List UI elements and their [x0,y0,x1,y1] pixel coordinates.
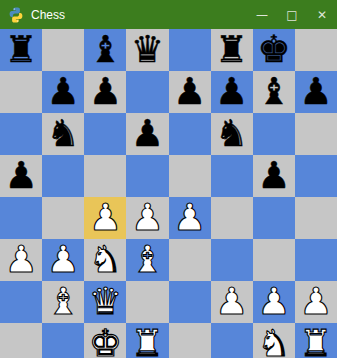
square-h3[interactable] [295,239,337,281]
square-e2[interactable] [169,281,211,323]
square-c4[interactable]: ♟ [84,197,126,239]
square-f4[interactable] [211,197,253,239]
piece-white-bishop: ♝ [47,283,80,320]
square-g1[interactable]: ♞ [253,323,295,358]
piece-black-pawn: ♟ [131,115,164,152]
piece-black-pawn: ♟ [4,157,37,194]
square-a3[interactable]: ♟ [0,239,42,281]
piece-white-pawn: ♟ [173,199,206,236]
piece-black-pawn: ♟ [47,73,80,110]
square-b6[interactable]: ♞ [42,113,84,155]
square-c7[interactable]: ♟ [84,71,126,113]
maximize-button[interactable]: □ [277,0,307,29]
square-d8[interactable]: ♛ [126,29,168,71]
square-g3[interactable] [253,239,295,281]
square-d1[interactable]: ♜ [126,323,168,358]
piece-white-pawn: ♟ [47,241,80,278]
square-b8[interactable] [42,29,84,71]
piece-black-pawn: ♟ [257,157,290,194]
square-g2[interactable]: ♟ [253,281,295,323]
square-f2[interactable]: ♟ [211,281,253,323]
square-g7[interactable]: ♝ [253,71,295,113]
piece-black-rook: ♜ [4,31,37,68]
square-b3[interactable]: ♟ [42,239,84,281]
square-e7[interactable]: ♟ [169,71,211,113]
square-e1[interactable] [169,323,211,358]
piece-black-pawn: ♟ [173,73,206,110]
square-f7[interactable]: ♟ [211,71,253,113]
square-f1[interactable] [211,323,253,358]
square-a6[interactable] [0,113,42,155]
app-window: Chess — □ ✕ ♜♝♛♜♚♟♟♟♟♝♟♞♟♞♟♟♟♟♟♟♟♞♝♝♛♟♟♟… [0,0,337,358]
square-g5[interactable]: ♟ [253,155,295,197]
piece-black-queen: ♛ [131,31,164,68]
square-e6[interactable] [169,113,211,155]
square-d3[interactable]: ♝ [126,239,168,281]
window-controls: — □ ✕ [247,0,337,29]
square-h7[interactable]: ♟ [295,71,337,113]
square-d7[interactable] [126,71,168,113]
square-e5[interactable] [169,155,211,197]
square-h8[interactable] [295,29,337,71]
piece-white-pawn: ♟ [89,199,122,236]
piece-white-knight: ♞ [89,241,122,278]
square-e4[interactable]: ♟ [169,197,211,239]
square-d5[interactable] [126,155,168,197]
square-b1[interactable] [42,323,84,358]
piece-white-bishop: ♝ [131,241,164,278]
piece-black-knight: ♞ [47,115,80,152]
piece-black-knight: ♞ [215,115,248,152]
chess-board: ♜♝♛♜♚♟♟♟♟♝♟♞♟♞♟♟♟♟♟♟♟♞♝♝♛♟♟♟♚♜♞♜ [0,29,337,358]
piece-white-king: ♚ [89,325,122,358]
square-h1[interactable]: ♜ [295,323,337,358]
square-g6[interactable] [253,113,295,155]
square-a5[interactable]: ♟ [0,155,42,197]
square-b4[interactable] [42,197,84,239]
piece-black-bishop: ♝ [89,31,122,68]
titlebar[interactable]: Chess — □ ✕ [0,0,337,29]
square-h4[interactable] [295,197,337,239]
square-a7[interactable] [0,71,42,113]
square-d2[interactable] [126,281,168,323]
piece-white-pawn: ♟ [131,199,164,236]
square-e3[interactable] [169,239,211,281]
square-b2[interactable]: ♝ [42,281,84,323]
piece-white-rook: ♜ [131,325,164,358]
piece-black-pawn: ♟ [299,73,332,110]
square-a4[interactable] [0,197,42,239]
close-button[interactable]: ✕ [307,0,337,29]
square-h6[interactable] [295,113,337,155]
square-g4[interactable] [253,197,295,239]
square-c8[interactable]: ♝ [84,29,126,71]
window-title: Chess [31,8,65,22]
square-d6[interactable]: ♟ [126,113,168,155]
piece-white-pawn: ♟ [4,241,37,278]
square-c1[interactable]: ♚ [84,323,126,358]
square-f8[interactable]: ♜ [211,29,253,71]
square-f6[interactable]: ♞ [211,113,253,155]
minimize-button[interactable]: — [247,0,277,29]
piece-white-queen: ♛ [89,283,122,320]
python-logo-icon [8,7,24,23]
piece-white-pawn: ♟ [215,283,248,320]
square-c2[interactable]: ♛ [84,281,126,323]
piece-black-rook: ♜ [215,31,248,68]
square-a1[interactable] [0,323,42,358]
piece-white-pawn: ♟ [299,283,332,320]
square-b5[interactable] [42,155,84,197]
piece-white-knight: ♞ [257,325,290,358]
piece-black-bishop: ♝ [257,73,290,110]
square-a2[interactable] [0,281,42,323]
square-g8[interactable]: ♚ [253,29,295,71]
square-c3[interactable]: ♞ [84,239,126,281]
piece-black-pawn: ♟ [89,73,122,110]
square-c5[interactable] [84,155,126,197]
piece-white-rook: ♜ [299,325,332,358]
square-e8[interactable] [169,29,211,71]
square-a8[interactable]: ♜ [0,29,42,71]
square-h5[interactable] [295,155,337,197]
square-d4[interactable]: ♟ [126,197,168,239]
square-c6[interactable] [84,113,126,155]
piece-black-pawn: ♟ [215,73,248,110]
square-f5[interactable] [211,155,253,197]
piece-white-pawn: ♟ [257,283,290,320]
piece-black-king: ♚ [257,31,290,68]
square-b7[interactable]: ♟ [42,71,84,113]
square-f3[interactable] [211,239,253,281]
square-h2[interactable]: ♟ [295,281,337,323]
